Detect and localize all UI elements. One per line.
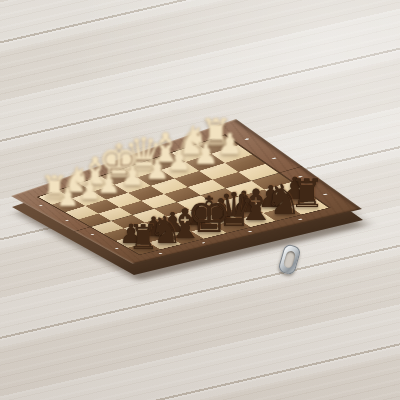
pieces-layer: ♜♞♝♛♚♝♞♜♟♟♟♟♟♟♟♟♜♞♝♛♚♝♞♜♟♟♟♟♟♟♟♟ [0, 0, 400, 400]
piece-white-pawn-e2: ♟ [120, 164, 144, 191]
piece-white-pawn-d2: ♟ [145, 156, 170, 183]
piece-white-pawn-c2: ♟ [166, 148, 191, 176]
piece-white-pawn-h2: ♟ [57, 185, 80, 210]
latch-hole [283, 250, 296, 269]
piece-white-pawn-a2: ♟ [217, 130, 243, 159]
piece-black-rook-h8: ♜ [128, 221, 158, 255]
piece-white-pawn-b2: ♟ [193, 139, 219, 168]
piece-white-pawn-g2: ♟ [78, 178, 101, 204]
chess-photo-scene: ♜♞♝♛♚♝♞♜♟♟♟♟♟♟♟♟♜♞♝♛♚♝♞♜♟♟♟♟♟♟♟♟ [0, 0, 400, 400]
